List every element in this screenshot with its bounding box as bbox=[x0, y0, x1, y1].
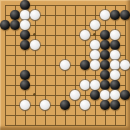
board-intersection[interactable] bbox=[90, 120, 100, 130]
white-stone bbox=[90, 20, 99, 29]
board-intersection[interactable] bbox=[40, 20, 50, 30]
black-stone bbox=[100, 70, 109, 79]
board-intersection[interactable] bbox=[80, 30, 90, 40]
board-intersection[interactable] bbox=[120, 110, 130, 120]
grid-line-vertical bbox=[65, 110, 66, 120]
black-stone bbox=[110, 10, 119, 19]
board-intersection[interactable] bbox=[110, 120, 120, 130]
board-intersection[interactable] bbox=[90, 60, 100, 70]
board-intersection[interactable] bbox=[80, 70, 90, 80]
black-stone bbox=[10, 20, 19, 29]
grid-line-vertical bbox=[35, 100, 36, 110]
grid-line-vertical bbox=[95, 110, 96, 120]
board-intersection[interactable] bbox=[110, 60, 120, 70]
white-stone bbox=[90, 60, 99, 69]
board-intersection[interactable] bbox=[80, 10, 90, 20]
board-intersection[interactable] bbox=[100, 110, 110, 120]
board-intersection[interactable] bbox=[110, 80, 120, 90]
grid-line-vertical bbox=[65, 70, 66, 80]
grid-line-vertical bbox=[25, 50, 26, 60]
grid-line-vertical bbox=[85, 10, 86, 20]
grid-line-vertical bbox=[75, 20, 76, 30]
board-intersection[interactable] bbox=[20, 10, 30, 20]
grid-line-vertical bbox=[75, 70, 76, 80]
board-intersection[interactable] bbox=[0, 80, 10, 90]
black-stone bbox=[20, 0, 29, 9]
grid-line-vertical bbox=[5, 120, 6, 126]
board-intersection[interactable] bbox=[80, 80, 90, 90]
grid-line-vertical bbox=[85, 120, 86, 126]
board-intersection[interactable] bbox=[120, 40, 130, 50]
board-intersection[interactable] bbox=[10, 110, 20, 120]
board-intersection[interactable] bbox=[10, 30, 20, 40]
board-intersection[interactable] bbox=[10, 0, 20, 10]
board-intersection[interactable] bbox=[90, 70, 100, 80]
board-intersection[interactable] bbox=[40, 30, 50, 40]
white-stone bbox=[110, 30, 119, 39]
white-stone bbox=[120, 60, 129, 69]
board-intersection[interactable] bbox=[100, 20, 110, 30]
board-intersection[interactable] bbox=[90, 30, 100, 40]
board-intersection[interactable] bbox=[40, 110, 50, 120]
grid-line-vertical bbox=[125, 40, 126, 50]
board-intersection[interactable] bbox=[70, 50, 80, 60]
board-intersection[interactable] bbox=[60, 60, 70, 70]
white-stone bbox=[20, 20, 29, 29]
grid-line-vertical bbox=[95, 70, 96, 80]
hoshi-dot bbox=[93, 33, 96, 36]
board-intersection[interactable] bbox=[40, 0, 50, 10]
board-intersection[interactable] bbox=[20, 50, 30, 60]
board-intersection[interactable] bbox=[110, 30, 120, 40]
grid-line-vertical bbox=[45, 30, 46, 40]
grid-line-vertical bbox=[15, 100, 16, 110]
grid-line-vertical bbox=[5, 40, 6, 50]
board-intersection[interactable] bbox=[90, 0, 100, 10]
board-intersection[interactable] bbox=[110, 90, 120, 100]
board-intersection[interactable] bbox=[60, 0, 70, 10]
board-intersection[interactable] bbox=[80, 60, 90, 70]
grid-line-vertical bbox=[35, 60, 36, 70]
board-intersection[interactable] bbox=[0, 110, 10, 120]
board-intersection[interactable] bbox=[60, 10, 70, 20]
board-intersection[interactable] bbox=[100, 30, 110, 40]
board-intersection[interactable] bbox=[60, 120, 70, 130]
grid-line-vertical bbox=[125, 80, 126, 90]
board-intersection[interactable] bbox=[120, 60, 130, 70]
board-intersection[interactable] bbox=[0, 10, 10, 20]
board-intersection[interactable] bbox=[50, 50, 60, 60]
board-intersection[interactable] bbox=[30, 30, 40, 40]
board-intersection[interactable] bbox=[80, 40, 90, 50]
board-intersection[interactable] bbox=[0, 30, 10, 40]
grid-line-vertical bbox=[35, 120, 36, 126]
grid-line-vertical bbox=[15, 60, 16, 70]
grid-line-vertical bbox=[105, 20, 106, 30]
board-intersection[interactable] bbox=[30, 0, 40, 10]
hoshi-dot bbox=[33, 93, 36, 96]
board-intersection[interactable] bbox=[80, 110, 90, 120]
board-intersection[interactable] bbox=[120, 100, 130, 110]
grid-line-vertical bbox=[65, 40, 66, 50]
black-stone bbox=[100, 60, 109, 69]
board-intersection[interactable] bbox=[50, 90, 60, 100]
grid-line-vertical bbox=[75, 80, 76, 90]
board-intersection[interactable] bbox=[120, 90, 130, 100]
grid-line-vertical bbox=[65, 30, 66, 40]
board-intersection[interactable] bbox=[10, 40, 20, 50]
board-intersection[interactable] bbox=[60, 50, 70, 60]
board-intersection[interactable] bbox=[40, 80, 50, 90]
grid-line-vertical bbox=[85, 90, 86, 100]
board-intersection[interactable] bbox=[40, 50, 50, 60]
grid-line-vertical bbox=[115, 20, 116, 30]
black-stone bbox=[100, 80, 109, 89]
board-intersection[interactable] bbox=[10, 90, 20, 100]
black-stone bbox=[0, 20, 9, 29]
board-intersection[interactable] bbox=[10, 10, 20, 20]
board-intersection[interactable] bbox=[100, 0, 110, 10]
board-intersection[interactable] bbox=[0, 20, 10, 30]
grid-line-vertical bbox=[45, 120, 46, 126]
board-intersection[interactable] bbox=[100, 40, 110, 50]
board-intersection[interactable] bbox=[60, 90, 70, 100]
board-intersection[interactable] bbox=[80, 0, 90, 10]
grid-line-vertical bbox=[5, 60, 6, 70]
grid-line-vertical bbox=[35, 50, 36, 60]
black-stone bbox=[110, 40, 119, 49]
board-intersection[interactable] bbox=[10, 50, 20, 60]
white-stone bbox=[60, 60, 69, 69]
grid-line-vertical bbox=[75, 110, 76, 120]
black-stone bbox=[100, 100, 109, 109]
board-intersection[interactable] bbox=[70, 70, 80, 80]
board-intersection[interactable] bbox=[40, 70, 50, 80]
black-stone bbox=[20, 70, 29, 79]
board-intersection[interactable] bbox=[20, 80, 30, 90]
board-intersection[interactable] bbox=[20, 70, 30, 80]
board-intersection[interactable] bbox=[120, 80, 130, 90]
board-intersection[interactable] bbox=[90, 20, 100, 30]
board-intersection[interactable] bbox=[50, 0, 60, 10]
grid-line-vertical bbox=[55, 80, 56, 90]
board-intersection[interactable] bbox=[30, 40, 40, 50]
board-intersection[interactable] bbox=[120, 120, 130, 130]
grid-line-vertical bbox=[5, 80, 6, 90]
board-intersection[interactable] bbox=[60, 70, 70, 80]
grid-line-vertical bbox=[45, 80, 46, 90]
grid-line-vertical bbox=[75, 10, 76, 20]
grid-line-vertical bbox=[45, 40, 46, 50]
grid-line-vertical bbox=[25, 120, 26, 126]
board-intersection[interactable] bbox=[70, 120, 80, 130]
white-stone bbox=[100, 10, 109, 19]
board-intersection[interactable] bbox=[110, 40, 120, 50]
board-intersection[interactable] bbox=[120, 30, 130, 40]
white-stone bbox=[110, 60, 119, 69]
board-intersection[interactable] bbox=[90, 100, 100, 110]
board-intersection[interactable] bbox=[30, 120, 40, 130]
grid-line-vertical bbox=[15, 90, 16, 100]
black-stone bbox=[110, 100, 119, 109]
board-intersection[interactable] bbox=[10, 70, 20, 80]
grid-line-vertical bbox=[95, 100, 96, 110]
board-intersection[interactable] bbox=[0, 90, 10, 100]
board-intersection[interactable] bbox=[50, 30, 60, 40]
grid-line-vertical bbox=[85, 40, 86, 50]
board-intersection[interactable] bbox=[20, 40, 30, 50]
grid-line-vertical bbox=[75, 30, 76, 40]
board-intersection[interactable] bbox=[40, 60, 50, 70]
grid-line-vertical bbox=[125, 110, 126, 120]
board-intersection[interactable] bbox=[100, 120, 110, 130]
grid-line-vertical bbox=[125, 50, 126, 60]
grid-line-vertical bbox=[65, 80, 66, 90]
black-stone bbox=[10, 10, 19, 19]
board-intersection[interactable] bbox=[30, 100, 40, 110]
board-intersection[interactable] bbox=[70, 40, 80, 50]
board-intersection[interactable] bbox=[80, 120, 90, 130]
grid-line-vertical bbox=[125, 20, 126, 30]
grid-line-vertical bbox=[15, 30, 16, 40]
board-intersection[interactable] bbox=[110, 20, 120, 30]
board-intersection[interactable] bbox=[20, 100, 30, 110]
board-intersection[interactable] bbox=[90, 110, 100, 120]
grid-line-vertical bbox=[35, 20, 36, 30]
grid-line-vertical bbox=[55, 10, 56, 20]
board-intersection[interactable] bbox=[0, 50, 10, 60]
grid-line-vertical bbox=[55, 120, 56, 126]
board-intersection[interactable] bbox=[90, 90, 100, 100]
board-intersection[interactable] bbox=[110, 10, 120, 20]
board-intersection[interactable] bbox=[60, 100, 70, 110]
board-intersection[interactable] bbox=[30, 20, 40, 30]
white-stone bbox=[20, 100, 29, 109]
board-intersection[interactable] bbox=[70, 60, 80, 70]
board-intersection[interactable] bbox=[20, 90, 30, 100]
grid-line-vertical bbox=[95, 10, 96, 20]
board-intersection[interactable] bbox=[60, 30, 70, 40]
grid-line-vertical bbox=[45, 90, 46, 100]
board-intersection[interactable] bbox=[90, 50, 100, 60]
grid-line-vertical bbox=[5, 50, 6, 60]
board-intersection[interactable] bbox=[70, 0, 80, 10]
board-intersection[interactable] bbox=[60, 20, 70, 30]
board-intersection[interactable] bbox=[100, 10, 110, 20]
board-intersection[interactable] bbox=[110, 100, 120, 110]
board-intersection[interactable] bbox=[10, 100, 20, 110]
grid-line-vertical bbox=[55, 40, 56, 50]
grid-line-vertical bbox=[35, 80, 36, 90]
board-intersection[interactable] bbox=[50, 20, 60, 30]
board-intersection[interactable] bbox=[10, 120, 20, 130]
grid-line-vertical bbox=[15, 70, 16, 80]
board-intersection[interactable] bbox=[50, 10, 60, 20]
grid-line-vertical bbox=[15, 80, 16, 90]
black-stone bbox=[120, 90, 129, 99]
board-intersection[interactable] bbox=[40, 90, 50, 100]
grid-line-vertical bbox=[55, 20, 56, 30]
board-intersection[interactable] bbox=[20, 0, 30, 10]
grid-line-vertical bbox=[55, 70, 56, 80]
grid-line-vertical bbox=[35, 110, 36, 120]
grid-line-vertical bbox=[45, 10, 46, 20]
board-intersection[interactable] bbox=[10, 80, 20, 90]
board-intersection[interactable] bbox=[50, 40, 60, 50]
grid-line-vertical bbox=[5, 10, 6, 20]
board-intersection[interactable] bbox=[60, 40, 70, 50]
board-intersection[interactable] bbox=[60, 80, 70, 90]
board-intersection[interactable] bbox=[100, 50, 110, 60]
board-intersection[interactable] bbox=[50, 80, 60, 90]
black-stone bbox=[100, 50, 109, 59]
grid-line-vertical bbox=[85, 50, 86, 60]
board-intersection[interactable] bbox=[70, 100, 80, 110]
black-stone bbox=[110, 80, 119, 89]
board-intersection[interactable] bbox=[110, 70, 120, 80]
board-intersection[interactable] bbox=[70, 80, 80, 90]
board-intersection[interactable] bbox=[80, 90, 90, 100]
white-stone bbox=[70, 90, 79, 99]
board-intersection[interactable] bbox=[10, 20, 20, 30]
board-intersection[interactable] bbox=[70, 110, 80, 120]
board-intersection[interactable] bbox=[40, 120, 50, 130]
board-intersection[interactable] bbox=[0, 70, 10, 80]
grid-line-vertical bbox=[125, 70, 126, 80]
grid-line-vertical bbox=[75, 60, 76, 70]
grid-line-vertical bbox=[25, 90, 26, 100]
board-intersection[interactable] bbox=[90, 10, 100, 20]
board-intersection[interactable] bbox=[20, 20, 30, 30]
white-stone bbox=[100, 90, 109, 99]
board-intersection[interactable] bbox=[40, 40, 50, 50]
board-intersection[interactable] bbox=[40, 10, 50, 20]
white-stone bbox=[90, 40, 99, 49]
board-intersection[interactable] bbox=[90, 80, 100, 90]
black-stone bbox=[120, 10, 129, 19]
board-intersection[interactable] bbox=[120, 20, 130, 30]
grid-line-vertical bbox=[55, 30, 56, 40]
board-intersection[interactable] bbox=[30, 10, 40, 20]
board-intersection[interactable] bbox=[20, 30, 30, 40]
board-intersection[interactable] bbox=[0, 60, 10, 70]
black-stone bbox=[20, 40, 29, 49]
board-intersection[interactable] bbox=[30, 80, 40, 90]
grid-line-vertical bbox=[105, 110, 106, 120]
board-intersection[interactable] bbox=[70, 10, 80, 20]
board-intersection[interactable] bbox=[120, 0, 130, 10]
grid-line-vertical bbox=[35, 70, 36, 80]
board-intersection[interactable] bbox=[80, 20, 90, 30]
board-intersection[interactable] bbox=[110, 0, 120, 10]
grid-line-vertical bbox=[55, 100, 56, 110]
grid-line-vertical bbox=[115, 120, 116, 126]
board-intersection[interactable] bbox=[100, 60, 110, 70]
grid-line-vertical bbox=[125, 100, 126, 110]
grid-line-vertical bbox=[55, 60, 56, 70]
board-intersection[interactable] bbox=[100, 70, 110, 80]
board-intersection[interactable] bbox=[20, 60, 30, 70]
board-intersection[interactable] bbox=[0, 120, 10, 130]
grid-line-vertical bbox=[65, 10, 66, 20]
grid-line-vertical bbox=[65, 90, 66, 100]
board-intersection[interactable] bbox=[30, 90, 40, 100]
board-intersection[interactable] bbox=[100, 90, 110, 100]
grid-line-vertical bbox=[45, 60, 46, 70]
board-intersection[interactable] bbox=[120, 50, 130, 60]
white-stone bbox=[80, 100, 89, 109]
grid-line-vertical bbox=[115, 110, 116, 120]
go-board bbox=[0, 0, 130, 130]
grid-line-vertical bbox=[25, 110, 26, 120]
black-stone bbox=[90, 90, 99, 99]
board-intersection[interactable] bbox=[80, 100, 90, 110]
board-intersection[interactable] bbox=[80, 50, 90, 60]
board-intersection[interactable] bbox=[70, 90, 80, 100]
board-intersection[interactable] bbox=[30, 50, 40, 60]
board-intersection[interactable] bbox=[0, 100, 10, 110]
board-intersection[interactable] bbox=[70, 30, 80, 40]
board-intersection[interactable] bbox=[60, 110, 70, 120]
white-stone bbox=[40, 100, 49, 109]
grid-line-vertical bbox=[15, 50, 16, 60]
board-intersection[interactable] bbox=[50, 70, 60, 80]
board-intersection[interactable] bbox=[30, 70, 40, 80]
grid-line-vertical bbox=[105, 120, 106, 126]
board-intersection[interactable] bbox=[20, 120, 30, 130]
board-intersection[interactable] bbox=[40, 100, 50, 110]
board-intersection[interactable] bbox=[100, 100, 110, 110]
grid-line-vertical bbox=[85, 110, 86, 120]
grid-line-vertical bbox=[15, 40, 16, 50]
white-stone bbox=[110, 70, 119, 79]
board-intersection[interactable] bbox=[50, 100, 60, 110]
board-intersection[interactable] bbox=[50, 120, 60, 130]
board-intersection[interactable] bbox=[50, 60, 60, 70]
board-intersection[interactable] bbox=[110, 110, 120, 120]
white-stone bbox=[20, 10, 29, 19]
board-intersection[interactable] bbox=[120, 70, 130, 80]
grid-line-vertical bbox=[5, 100, 6, 110]
black-stone bbox=[80, 60, 89, 69]
grid-line-vertical bbox=[45, 110, 46, 120]
black-stone bbox=[100, 40, 109, 49]
board-intersection[interactable] bbox=[30, 60, 40, 70]
board-intersection[interactable] bbox=[0, 40, 10, 50]
board-intersection[interactable] bbox=[70, 20, 80, 30]
grid-line-vertical bbox=[75, 100, 76, 110]
black-stone bbox=[20, 30, 29, 39]
grid-line-vertical bbox=[55, 50, 56, 60]
board-intersection[interactable] bbox=[50, 110, 60, 120]
board-intersection[interactable] bbox=[0, 0, 10, 10]
grid-line-vertical bbox=[75, 40, 76, 50]
board-intersection[interactable] bbox=[90, 40, 100, 50]
grid-line-vertical bbox=[85, 20, 86, 30]
board-intersection[interactable] bbox=[120, 10, 130, 20]
grid-line-vertical bbox=[85, 70, 86, 80]
board-intersection[interactable] bbox=[20, 110, 30, 120]
grid-line-vertical bbox=[45, 50, 46, 60]
board-intersection[interactable] bbox=[10, 60, 20, 70]
board-intersection[interactable] bbox=[100, 80, 110, 90]
grid-line-vertical bbox=[95, 120, 96, 126]
board-intersection[interactable] bbox=[30, 110, 40, 120]
grid-line-vertical bbox=[5, 90, 6, 100]
hoshi-dot bbox=[33, 33, 36, 36]
grid-line-vertical bbox=[55, 90, 56, 100]
board-intersection[interactable] bbox=[110, 50, 120, 60]
